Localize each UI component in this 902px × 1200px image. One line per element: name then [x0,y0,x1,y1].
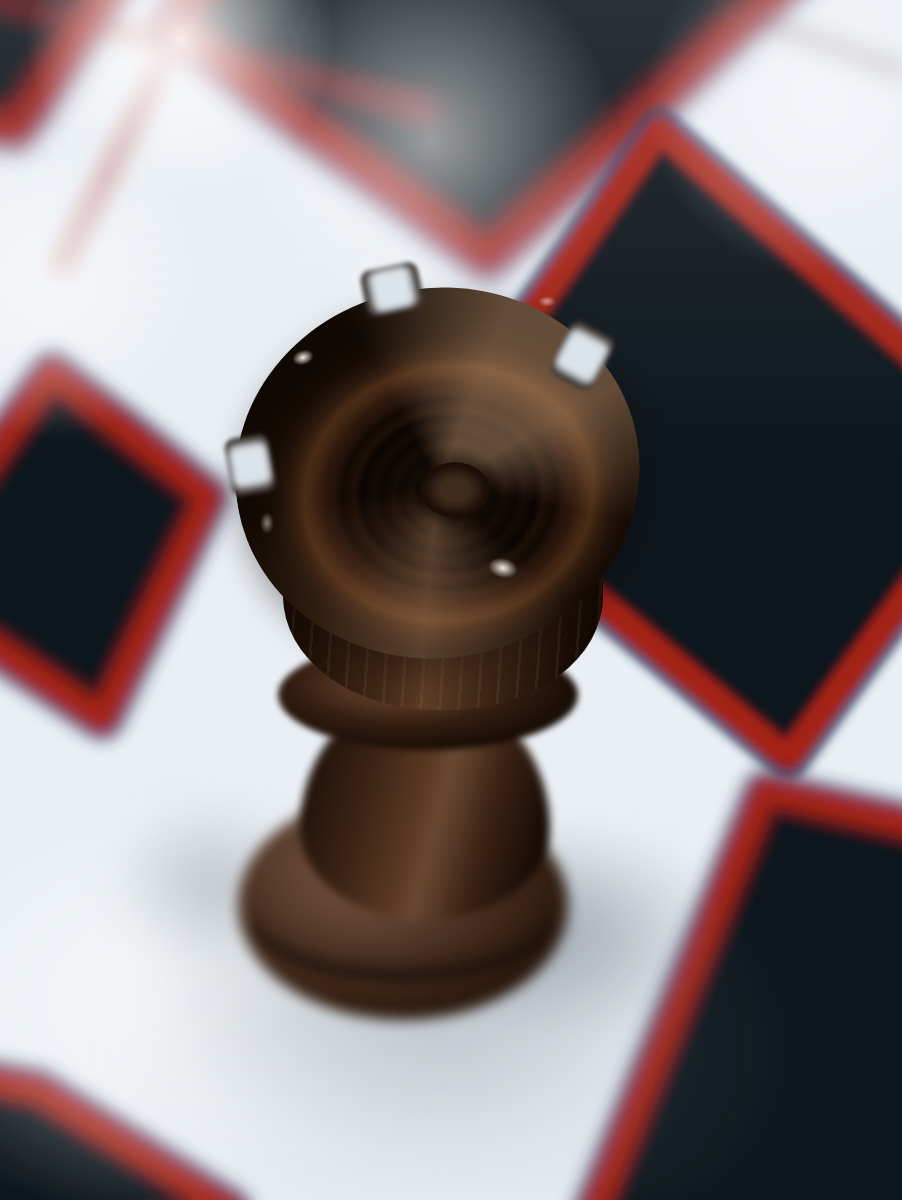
chessboard-photo [0,0,902,1200]
chessboard [0,0,902,1200]
